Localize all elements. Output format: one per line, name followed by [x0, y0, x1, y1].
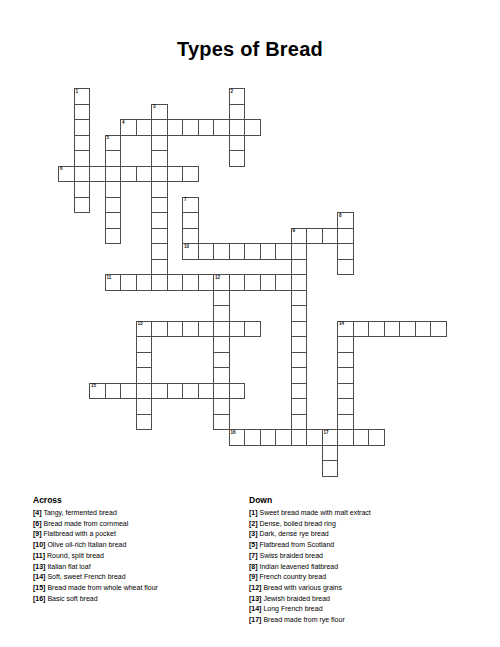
grid-cell[interactable]: [198, 321, 215, 338]
grid-cell[interactable]: 12: [213, 274, 230, 291]
across-header: Across: [33, 495, 158, 505]
grid-cell[interactable]: [151, 383, 168, 400]
grid-cell[interactable]: [74, 135, 91, 152]
grid-cell[interactable]: [151, 166, 168, 183]
crossword-grid: 1234567891011121314151617: [58, 88, 448, 478]
grid-cell[interactable]: [337, 398, 354, 415]
grid-cell[interactable]: [337, 336, 354, 353]
grid-cell[interactable]: [244, 429, 261, 446]
down-clue-item: [17] Bread made from rye flour: [249, 615, 371, 626]
grid-cell[interactable]: [136, 166, 153, 183]
grid-cell[interactable]: [337, 367, 354, 384]
across-clue-item: [16] Basic soft bread: [33, 594, 158, 605]
grid-cell[interactable]: [136, 367, 153, 384]
grid-cell[interactable]: 7: [182, 197, 199, 214]
grid-cell[interactable]: [151, 197, 168, 214]
across-clue-item: [14] Soft, sweet French bread: [33, 572, 158, 583]
grid-cell[interactable]: [229, 104, 246, 121]
grid-cell[interactable]: [229, 383, 246, 400]
grid-cell[interactable]: [384, 321, 401, 338]
grid-cell[interactable]: [337, 228, 354, 245]
grid-cell[interactable]: 8: [337, 212, 354, 229]
clue-number: 17: [324, 431, 329, 436]
grid-cell[interactable]: [368, 321, 385, 338]
grid-cell[interactable]: [198, 383, 215, 400]
grid-cell[interactable]: [275, 274, 292, 291]
grid-cell[interactable]: [136, 398, 153, 415]
grid-cell[interactable]: [136, 119, 153, 136]
grid-cell[interactable]: 16: [229, 429, 246, 446]
grid-cell[interactable]: [353, 429, 370, 446]
grid-cell[interactable]: [105, 166, 122, 183]
grid-cell[interactable]: [105, 181, 122, 198]
down-clue-item: [14] Long French bread: [249, 604, 371, 615]
clue-number: 6: [60, 167, 63, 172]
grid-cell[interactable]: [291, 321, 308, 338]
grid-cell[interactable]: [306, 228, 323, 245]
grid-cell[interactable]: 5: [105, 135, 122, 152]
down-clue-item: [9] French country bread: [249, 572, 371, 583]
grid-cell[interactable]: [182, 321, 199, 338]
across-clue-item: [10] Olive oil-rich Italian bread: [33, 540, 158, 551]
grid-cell[interactable]: [74, 166, 91, 183]
down-clue-item: [2] Dense, boiled bread ring: [249, 519, 371, 530]
grid-cell[interactable]: [213, 119, 230, 136]
across-clue-item: [6] Bread made from cornmeal: [33, 519, 158, 530]
grid-cell[interactable]: [213, 336, 230, 353]
down-clue-item: [13] Jewish braided bread: [249, 594, 371, 605]
grid-cell[interactable]: [229, 321, 246, 338]
grid-cell[interactable]: [213, 367, 230, 384]
grid-cell[interactable]: [229, 243, 246, 260]
across-clue-item: [13] Italian flat loaf: [33, 562, 158, 573]
clue-number: 14: [339, 322, 344, 327]
clue-number: 1: [76, 90, 79, 95]
grid-cell[interactable]: [213, 383, 230, 400]
across-clue-item: [9] Flatbread with a pocket: [33, 529, 158, 540]
puzzle-title: Types of Bread: [0, 38, 500, 61]
grid-cell[interactable]: [229, 274, 246, 291]
grid-cell[interactable]: [74, 104, 91, 121]
grid-cell[interactable]: [182, 119, 199, 136]
grid-cell[interactable]: 11: [105, 274, 122, 291]
grid-cell[interactable]: [198, 119, 215, 136]
grid-cell[interactable]: [136, 414, 153, 431]
clue-number: 11: [107, 276, 112, 281]
down-clue-list: [1] Sweet bread made with malt extract[2…: [249, 508, 371, 626]
grid-cell[interactable]: [120, 166, 137, 183]
grid-cell[interactable]: [89, 166, 106, 183]
down-clues-section: Down [1] Sweet bread made with malt extr…: [249, 495, 371, 626]
grid-cell[interactable]: [182, 383, 199, 400]
grid-cell[interactable]: 10: [182, 243, 199, 260]
down-clue-item: [8] Indian leavened flatbread: [249, 562, 371, 573]
clue-number: 2: [231, 90, 234, 95]
grid-cell[interactable]: [244, 274, 261, 291]
puzzle-page: Types of Bread 1234567891011121314151617…: [0, 0, 500, 647]
grid-cell[interactable]: [291, 259, 308, 276]
grid-cell[interactable]: [136, 274, 153, 291]
grid-cell[interactable]: [167, 321, 184, 338]
clue-number: 9: [293, 229, 296, 234]
grid-cell[interactable]: [260, 429, 277, 446]
grid-cell[interactable]: [244, 243, 261, 260]
across-clue-item: [11] Round, split bread: [33, 551, 158, 562]
grid-cell[interactable]: 4: [120, 119, 137, 136]
grid-cell[interactable]: 2: [229, 88, 246, 105]
grid-cell[interactable]: [167, 166, 184, 183]
grid-cell[interactable]: [74, 150, 91, 167]
grid-cell[interactable]: 13: [136, 321, 153, 338]
grid-cell[interactable]: [399, 321, 416, 338]
grid-cell[interactable]: 3: [151, 104, 168, 121]
grid-cell[interactable]: [337, 243, 354, 260]
grid-cell[interactable]: [291, 429, 308, 446]
grid-cell[interactable]: [182, 166, 199, 183]
grid-cell[interactable]: [105, 228, 122, 245]
grid-cell[interactable]: [74, 197, 91, 214]
grid-cell[interactable]: [337, 352, 354, 369]
grid-cell[interactable]: [213, 352, 230, 369]
grid-cell[interactable]: [229, 150, 246, 167]
grid-cell[interactable]: 6: [58, 166, 75, 183]
grid-cell[interactable]: [213, 398, 230, 415]
grid-cell[interactable]: [198, 243, 215, 260]
clue-number: 10: [184, 245, 189, 250]
grid-cell[interactable]: [213, 321, 230, 338]
grid-cell[interactable]: [136, 383, 153, 400]
grid-cell[interactable]: [151, 181, 168, 198]
across-clue-list: [4] Tangy, fermented bread[6] Bread made…: [33, 508, 158, 604]
grid-cell[interactable]: [430, 321, 447, 338]
clue-number: 5: [107, 136, 110, 141]
grid-cell[interactable]: [151, 135, 168, 152]
clue-number: 8: [339, 214, 342, 219]
down-clue-item: [3] Dark, dense rye bread: [249, 529, 371, 540]
clue-number: 3: [153, 105, 156, 110]
grid-cell[interactable]: [229, 119, 246, 136]
grid-cell[interactable]: [151, 274, 168, 291]
grid-cell[interactable]: [167, 274, 184, 291]
grid-cell[interactable]: [260, 243, 277, 260]
grid-cell[interactable]: [275, 429, 292, 446]
grid-cell[interactable]: [105, 197, 122, 214]
clue-number: 7: [184, 198, 187, 203]
grid-cell[interactable]: [74, 181, 91, 198]
grid-cell[interactable]: [151, 243, 168, 260]
clue-number: 13: [138, 322, 143, 327]
grid-cell[interactable]: [353, 321, 370, 338]
grid-cell[interactable]: [151, 228, 168, 245]
grid-cell[interactable]: [291, 398, 308, 415]
grid-cell[interactable]: [275, 243, 292, 260]
grid-cell[interactable]: [337, 429, 354, 446]
clue-number: 4: [122, 121, 125, 126]
grid-cell[interactable]: [167, 383, 184, 400]
grid-cell[interactable]: [322, 228, 339, 245]
clue-number: 15: [91, 384, 96, 389]
grid-cell[interactable]: [322, 445, 339, 462]
grid-cell[interactable]: [322, 460, 339, 477]
grid-cell[interactable]: [120, 274, 137, 291]
grid-cell[interactable]: [291, 274, 308, 291]
grid-cell[interactable]: 14: [337, 321, 354, 338]
grid-cell[interactable]: [182, 228, 199, 245]
across-clue-item: [15] Bread made from whole wheat flour: [33, 583, 158, 594]
grid-cell[interactable]: [337, 383, 354, 400]
grid-cell[interactable]: [136, 336, 153, 353]
grid-cell[interactable]: [291, 290, 308, 307]
grid-cell[interactable]: [213, 305, 230, 322]
grid-cell[interactable]: [368, 429, 385, 446]
grid-cell[interactable]: [198, 274, 215, 291]
grid-cell[interactable]: [105, 212, 122, 229]
grid-cell[interactable]: [182, 212, 199, 229]
grid-cell[interactable]: [213, 290, 230, 307]
grid-cell[interactable]: [105, 150, 122, 167]
grid-cell[interactable]: [415, 321, 432, 338]
grid-cell[interactable]: 1: [74, 88, 91, 105]
grid-cell[interactable]: [151, 321, 168, 338]
grid-cell[interactable]: [151, 212, 168, 229]
grid-cell[interactable]: [182, 274, 199, 291]
grid-cell[interactable]: 17: [322, 429, 339, 446]
grid-cell[interactable]: [136, 352, 153, 369]
grid-cell[interactable]: [151, 150, 168, 167]
grid-cell[interactable]: [244, 321, 261, 338]
grid-cell[interactable]: [306, 429, 323, 446]
down-header: Down: [249, 495, 371, 505]
grid-cell[interactable]: [291, 305, 308, 322]
grid-cell[interactable]: [213, 243, 230, 260]
across-clues-section: Across [4] Tangy, fermented bread[6] Bre…: [33, 495, 158, 604]
grid-cell[interactable]: 9: [291, 228, 308, 245]
grid-cell[interactable]: [291, 352, 308, 369]
grid-cell[interactable]: [120, 383, 137, 400]
grid-cell[interactable]: [291, 383, 308, 400]
grid-cell[interactable]: [337, 259, 354, 276]
grid-cell[interactable]: [167, 119, 184, 136]
grid-cell[interactable]: 15: [89, 383, 106, 400]
grid-cell[interactable]: [291, 243, 308, 260]
down-clue-item: [7] Swiss braided bread: [249, 551, 371, 562]
grid-cell[interactable]: [291, 414, 308, 431]
down-clue-item: [1] Sweet bread made with malt extract: [249, 508, 371, 519]
down-clue-item: [5] Flatbread from Scotland: [249, 540, 371, 551]
grid-cell[interactable]: [260, 274, 277, 291]
grid-cell[interactable]: [213, 414, 230, 431]
grid-cell[interactable]: [151, 259, 168, 276]
grid-cell[interactable]: [291, 336, 308, 353]
grid-cell[interactable]: [105, 383, 122, 400]
down-clue-item: [12] Bread with various grains: [249, 583, 371, 594]
grid-cell[interactable]: [337, 414, 354, 431]
grid-cell[interactable]: [74, 119, 91, 136]
grid-cell[interactable]: [229, 135, 246, 152]
across-clue-item: [4] Tangy, fermented bread: [33, 508, 158, 519]
grid-cell[interactable]: [244, 119, 261, 136]
grid-cell[interactable]: [151, 119, 168, 136]
clue-number: 16: [231, 431, 236, 436]
grid-cell[interactable]: [291, 367, 308, 384]
clue-number: 12: [215, 276, 220, 281]
